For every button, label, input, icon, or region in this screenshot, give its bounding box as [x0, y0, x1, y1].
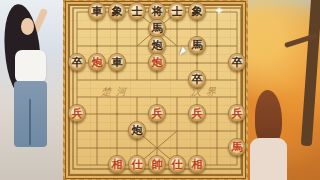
- piece-red-炮[interactable]: 炮: [148, 53, 166, 71]
- piece-red-兵[interactable]: 兵: [148, 104, 166, 122]
- piece-red-兵[interactable]: 兵: [228, 104, 246, 122]
- river-label-left: 楚河: [101, 85, 131, 99]
- piece-red-相[interactable]: 相: [188, 155, 206, 173]
- photo-jeans-shape: [14, 81, 47, 147]
- right-photo-panel: [248, 0, 320, 180]
- piece-black-象[interactable]: 象: [188, 2, 206, 20]
- piece-red-炮[interactable]: 炮: [88, 53, 106, 71]
- piece-black-将[interactable]: 将: [148, 2, 166, 20]
- piece-black-車[interactable]: 車: [108, 53, 126, 71]
- xiangqi-board: 楚河 汉界 車象士将士象馬炮馬卒炮車炮卒卒兵兵兵兵炮馬相仕帥仕相 ✦: [63, 0, 248, 180]
- piece-black-車[interactable]: 車: [88, 2, 106, 20]
- photo-person-top-shape: [250, 138, 287, 180]
- piece-black-士[interactable]: 士: [168, 2, 186, 20]
- piece-black-士[interactable]: 士: [128, 2, 146, 20]
- photo-tree-trunk-shape: [301, 0, 320, 146]
- piece-black-炮[interactable]: 炮: [148, 36, 166, 54]
- piece-red-兵[interactable]: 兵: [68, 104, 86, 122]
- piece-red-仕[interactable]: 仕: [168, 155, 186, 173]
- photo-top-shape: [15, 50, 46, 83]
- left-photo-panel: [0, 0, 63, 180]
- piece-red-帥[interactable]: 帥: [148, 155, 166, 173]
- piece-red-相[interactable]: 相: [108, 155, 126, 173]
- piece-red-馬[interactable]: 馬: [228, 138, 246, 156]
- piece-black-卒[interactable]: 卒: [188, 70, 206, 88]
- photo-face-shape: [21, 18, 34, 35]
- piece-black-炮[interactable]: 炮: [128, 121, 146, 139]
- piece-black-馬[interactable]: 馬: [148, 19, 166, 37]
- piece-red-兵[interactable]: 兵: [188, 104, 206, 122]
- piece-black-卒[interactable]: 卒: [68, 53, 86, 71]
- thumbnail-stage: 楚河 汉界 車象士将士象馬炮馬卒炮車炮卒卒兵兵兵兵炮馬相仕帥仕相 ✦: [0, 0, 320, 180]
- piece-black-象[interactable]: 象: [108, 2, 126, 20]
- piece-red-仕[interactable]: 仕: [128, 155, 146, 173]
- piece-black-卒[interactable]: 卒: [228, 53, 246, 71]
- piece-black-馬[interactable]: 馬: [188, 36, 206, 54]
